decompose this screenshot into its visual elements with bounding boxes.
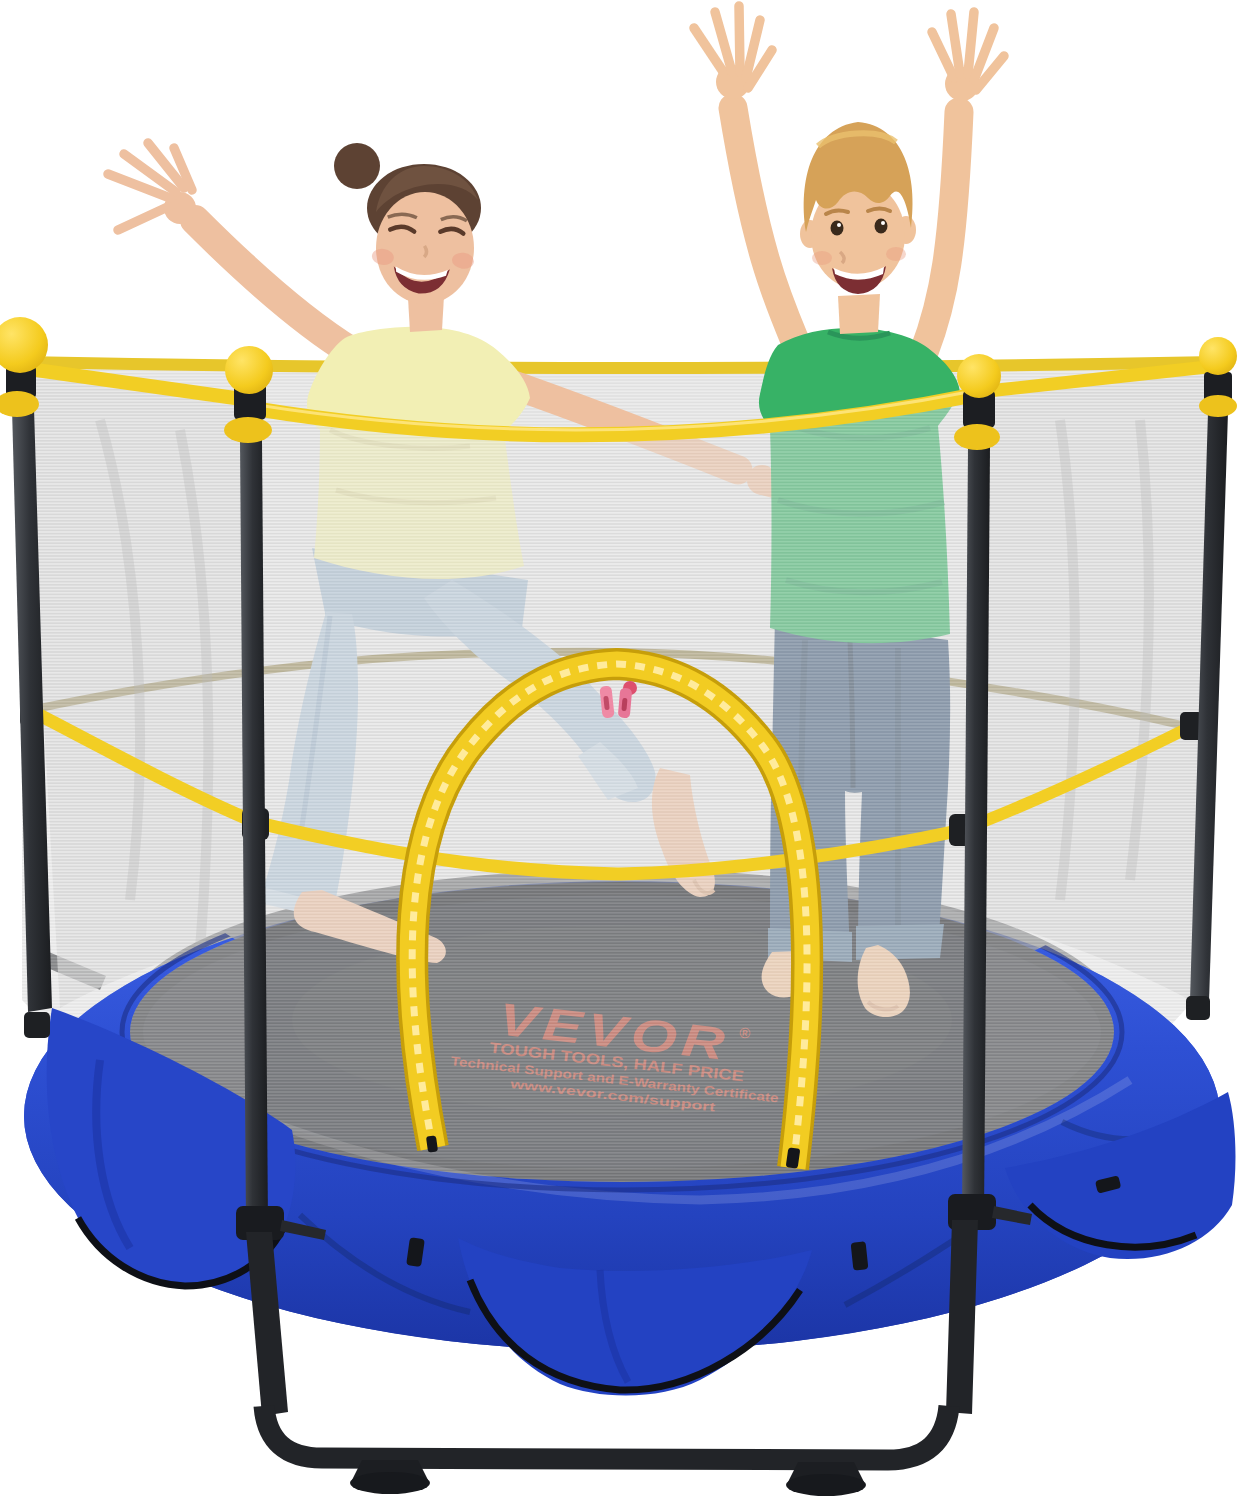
pad-strap-tab xyxy=(851,1241,869,1270)
trampoline-scene: VEVOR ® TOUGH TOOLS, HALF PRICE Technica… xyxy=(0,0,1241,1500)
product-photo-canvas: VEVOR ® TOUGH TOOLS, HALF PRICE Technica… xyxy=(0,0,1241,1500)
suction-foot-left xyxy=(350,1460,430,1494)
suction-foot-right xyxy=(786,1462,866,1496)
enclosure-net-front-panel xyxy=(251,394,979,1256)
net-top-band-back xyxy=(22,362,1216,368)
